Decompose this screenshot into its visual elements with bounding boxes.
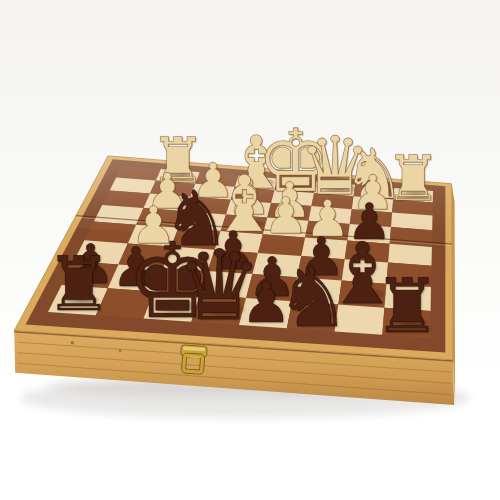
square-e7 <box>200 271 252 298</box>
square-d8 <box>239 298 292 328</box>
square-d6 <box>252 253 301 277</box>
square-b8 <box>335 304 385 334</box>
square-c7 <box>292 277 342 304</box>
wood-knot <box>119 349 122 352</box>
square-b7 <box>338 281 386 308</box>
chess-board <box>0 0 500 500</box>
square-a8 <box>382 308 430 338</box>
square-a7 <box>384 284 431 311</box>
square-e8 <box>191 295 246 325</box>
wood-knot <box>71 341 74 344</box>
square-f7 <box>154 268 208 295</box>
square-e6 <box>208 250 258 274</box>
square-a6 <box>386 263 431 287</box>
square-b6 <box>342 259 388 283</box>
square-f6 <box>163 247 215 271</box>
square-c6 <box>297 256 345 280</box>
square-g6 <box>118 243 171 267</box>
chess-set-photo: ♜♝♚♛♞♜♟♟♟♟♟♝♟♟♟♟♞♟♟♟♟♟♝♜♚♛♟♞♜ <box>0 0 500 500</box>
square-c8 <box>287 301 339 331</box>
clasp-loop-highlight <box>188 357 200 358</box>
square-d7 <box>246 274 297 301</box>
